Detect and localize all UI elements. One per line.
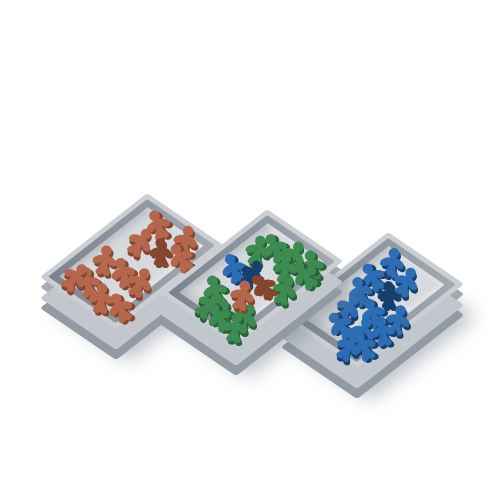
product-photo-scene [0, 0, 500, 500]
